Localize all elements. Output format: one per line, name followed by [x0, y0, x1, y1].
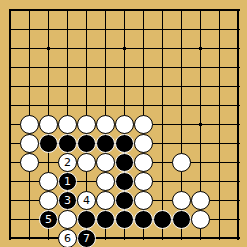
grid-line-horizontal [9, 237, 240, 239]
move-number: 4 [83, 195, 90, 206]
white-stone [58, 210, 77, 229]
move-number: 5 [45, 214, 52, 225]
black-stone [115, 134, 134, 153]
white-stone [96, 172, 115, 191]
black-stone: 7 [77, 229, 96, 247]
black-stone [77, 134, 96, 153]
black-stone [115, 191, 134, 210]
black-stone [96, 134, 115, 153]
move-number: 2 [64, 157, 71, 168]
black-stone [153, 210, 172, 229]
white-stone [20, 115, 39, 134]
white-stone [20, 134, 39, 153]
white-stone [20, 153, 39, 172]
white-stone [115, 115, 134, 134]
white-stone [191, 210, 210, 229]
white-stone [39, 172, 58, 191]
move-number: 6 [64, 233, 71, 244]
black-stone [172, 210, 191, 229]
black-stone: 5 [39, 210, 58, 229]
white-stone [39, 115, 58, 134]
black-stone [96, 210, 115, 229]
black-stone: 3 [58, 191, 77, 210]
black-stone [58, 134, 77, 153]
grid-line-vertical [162, 9, 163, 240]
move-number: 1 [64, 176, 71, 187]
star-point [199, 47, 202, 50]
white-stone [39, 191, 58, 210]
black-stone [77, 210, 96, 229]
white-stone [96, 153, 115, 172]
white-stone [77, 153, 96, 172]
black-stone [115, 153, 134, 172]
white-stone [134, 115, 153, 134]
grid-line-vertical [237, 9, 239, 240]
white-stone [134, 172, 153, 191]
star-point [47, 47, 50, 50]
star-point [123, 47, 126, 50]
black-stone [134, 210, 153, 229]
star-point [199, 123, 202, 126]
grid-line-vertical [219, 9, 220, 240]
move-number: 3 [64, 195, 71, 206]
white-stone [77, 115, 96, 134]
black-stone [115, 172, 134, 191]
black-stone [39, 134, 58, 153]
white-stone [134, 153, 153, 172]
white-stone [134, 191, 153, 210]
white-stone [96, 115, 115, 134]
black-stone: 1 [58, 172, 77, 191]
white-stone [58, 115, 77, 134]
white-stone [134, 134, 153, 153]
move-number: 7 [83, 233, 90, 244]
white-stone [172, 191, 191, 210]
go-board: 2134567 [0, 0, 247, 247]
white-stone: 4 [77, 191, 96, 210]
white-stone: 6 [58, 229, 77, 247]
black-stone [115, 210, 134, 229]
white-stone [96, 191, 115, 210]
white-stone: 2 [58, 153, 77, 172]
white-stone [191, 191, 210, 210]
white-stone [172, 153, 191, 172]
